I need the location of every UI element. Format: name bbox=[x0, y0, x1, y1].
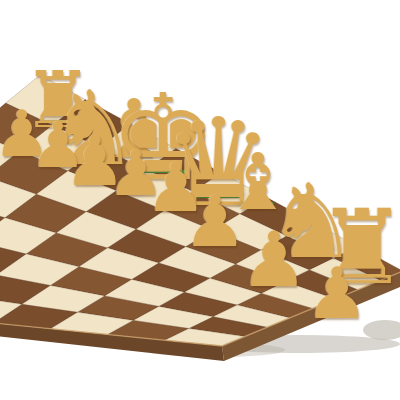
white-pawn-glyph: ♟ bbox=[183, 186, 247, 257]
white-pawn-glyph: ♟ bbox=[240, 222, 308, 298]
white-pawn-glyph: ♟ bbox=[305, 258, 369, 329]
product-photo-stage: ♜♟♝♞♟♚♟♟♛♝♟♟♞♜♟♟ bbox=[0, 0, 400, 400]
pieces-layer: ♜♟♝♞♟♚♟♟♛♝♟♟♞♜♟♟ bbox=[0, 0, 400, 400]
